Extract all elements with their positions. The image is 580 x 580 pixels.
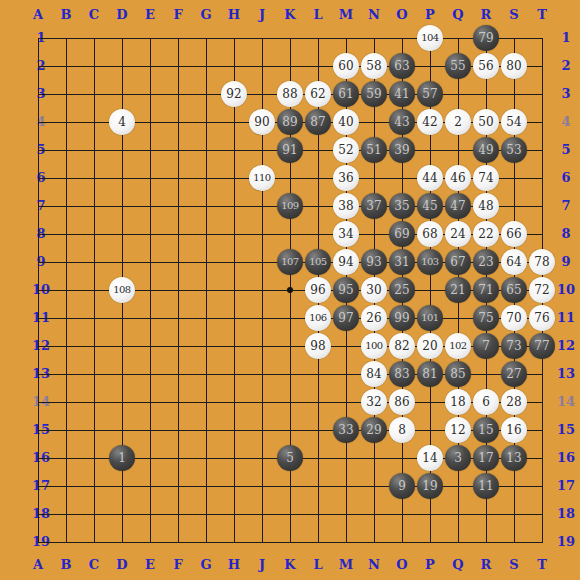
move-number: 79 [478, 32, 493, 44]
move-number: 9 [398, 480, 406, 492]
move-number: 33 [338, 424, 353, 436]
board-intersection-o11: 99 [388, 304, 416, 332]
black-stone-move-79: 79 [473, 25, 499, 51]
black-stone-move-63: 63 [389, 53, 415, 79]
move-number: 62 [310, 88, 325, 100]
white-stone-move-80: 80 [501, 53, 527, 79]
black-stone-move-97: 97 [333, 305, 359, 331]
white-stone-move-70: 70 [501, 305, 527, 331]
board-intersection-n9: 93 [360, 248, 388, 276]
move-number: 87 [310, 116, 325, 128]
move-number: 67 [450, 256, 465, 268]
board-intersection-n11: 26 [360, 304, 388, 332]
white-stone-move-62: 62 [305, 81, 331, 107]
black-stone-move-61: 61 [333, 81, 359, 107]
white-stone-move-26: 26 [361, 305, 387, 331]
board-intersection-k4: 89 [276, 108, 304, 136]
board-intersection-o15: 8 [388, 416, 416, 444]
white-stone-move-2: 2 [445, 109, 471, 135]
white-stone-move-20: 20 [417, 333, 443, 359]
board-intersection-j6: 110 [248, 164, 276, 192]
board-intersection-t11: 76 [528, 304, 556, 332]
move-number: 55 [450, 60, 465, 72]
board-intersection-r6: 74 [472, 164, 500, 192]
board-intersection-s13: 27 [500, 360, 528, 388]
move-number: 66 [506, 228, 521, 240]
move-number: 44 [422, 172, 437, 184]
move-number: 75 [478, 312, 493, 324]
white-stone-move-40: 40 [333, 109, 359, 135]
move-number: 1 [118, 452, 126, 464]
white-stone-move-88: 88 [277, 81, 303, 107]
move-number: 78 [534, 256, 549, 268]
move-number: 73 [506, 340, 521, 352]
white-stone-move-50: 50 [473, 109, 499, 135]
move-number: 6 [482, 396, 490, 408]
white-stone-move-66: 66 [501, 221, 527, 247]
board-intersection-q13: 85 [444, 360, 472, 388]
white-stone-move-76: 76 [529, 305, 555, 331]
board-intersection-q6: 46 [444, 164, 472, 192]
black-stone-move-41: 41 [389, 81, 415, 107]
white-stone-move-84: 84 [361, 361, 387, 387]
white-stone-move-98: 98 [305, 333, 331, 359]
coordinate-label: 14 [552, 388, 580, 416]
white-stone-move-106: 106 [305, 305, 331, 331]
move-number: 99 [394, 312, 409, 324]
coordinate-label: 16 [552, 444, 580, 472]
board-intersection-q9: 67 [444, 248, 472, 276]
black-stone-move-47: 47 [445, 193, 471, 219]
move-number: 68 [422, 228, 437, 240]
black-stone-move-87: 87 [305, 109, 331, 135]
board-intersection-r15: 15 [472, 416, 500, 444]
move-number: 27 [506, 368, 521, 380]
board-intersection-m7: 38 [332, 192, 360, 220]
black-stone-move-71: 71 [473, 277, 499, 303]
white-stone-move-92: 92 [221, 81, 247, 107]
white-stone-move-104: 104 [417, 25, 443, 51]
move-number: 48 [478, 200, 493, 212]
black-stone-move-91: 91 [277, 137, 303, 163]
board-intersection-r7: 48 [472, 192, 500, 220]
white-stone-move-68: 68 [417, 221, 443, 247]
board-intersection-d10: 108 [108, 276, 136, 304]
board-intersection-r8: 22 [472, 220, 500, 248]
move-number: 52 [338, 144, 353, 156]
black-stone-move-45: 45 [417, 193, 443, 219]
move-number: 107 [281, 257, 298, 267]
move-number: 93 [366, 256, 381, 268]
move-number: 83 [394, 368, 409, 380]
move-number: 15 [478, 424, 493, 436]
board-intersection-m6: 36 [332, 164, 360, 192]
board-intersection-o9: 31 [388, 248, 416, 276]
white-stone-move-96: 96 [305, 277, 331, 303]
white-stone-move-36: 36 [333, 165, 359, 191]
move-number: 69 [394, 228, 409, 240]
board-intersection-s14: 28 [500, 388, 528, 416]
board-intersection-n12: 100 [360, 332, 388, 360]
black-stone-move-53: 53 [501, 137, 527, 163]
white-stone-move-28: 28 [501, 389, 527, 415]
board-intersection-q12: 102 [444, 332, 472, 360]
black-stone-move-55: 55 [445, 53, 471, 79]
black-stone-move-27: 27 [501, 361, 527, 387]
black-stone-move-35: 35 [389, 193, 415, 219]
board-intersection-s11: 70 [500, 304, 528, 332]
move-number: 17 [478, 452, 493, 464]
move-number: 3 [454, 452, 462, 464]
move-number: 94 [338, 256, 353, 268]
move-number: 65 [506, 284, 521, 296]
board-intersection-s16: 13 [500, 444, 528, 472]
move-number: 102 [449, 341, 466, 351]
move-number: 103 [421, 257, 438, 267]
white-stone-move-60: 60 [333, 53, 359, 79]
white-stone-move-34: 34 [333, 221, 359, 247]
move-number: 13 [506, 452, 521, 464]
coordinate-label: 4 [552, 108, 580, 136]
move-number: 57 [422, 88, 437, 100]
board-intersection-l9: 105 [304, 248, 332, 276]
move-number: 19 [422, 480, 437, 492]
coordinate-label: 5 [552, 136, 580, 164]
move-number: 46 [450, 172, 465, 184]
board-intersection-p9: 103 [416, 248, 444, 276]
board-intersection-k3: 88 [276, 80, 304, 108]
black-stone-move-109: 109 [277, 193, 303, 219]
board-intersection-r5: 49 [472, 136, 500, 164]
black-stone-move-1: 1 [109, 445, 135, 471]
white-stone-move-38: 38 [333, 193, 359, 219]
move-number: 18 [450, 396, 465, 408]
board-intersection-l3: 62 [304, 80, 332, 108]
move-number: 21 [450, 284, 465, 296]
board-intersection-p7: 45 [416, 192, 444, 220]
board-intersection-s5: 53 [500, 136, 528, 164]
board-intersection-r2: 56 [472, 52, 500, 80]
move-number: 53 [506, 144, 521, 156]
board-intersection-q14: 18 [444, 388, 472, 416]
board-intersection-s15: 16 [500, 416, 528, 444]
go-kifu-diagram: ABCDEFGHJKLMNOPQRST ABCDEFGHJKLMNOPQRST … [0, 0, 580, 580]
black-stone-move-49: 49 [473, 137, 499, 163]
black-stone-move-101: 101 [417, 305, 443, 331]
black-stone-move-43: 43 [389, 109, 415, 135]
board-intersection-t10: 72 [528, 276, 556, 304]
move-number: 32 [366, 396, 381, 408]
move-number: 63 [394, 60, 409, 72]
black-stone-move-37: 37 [361, 193, 387, 219]
coordinate-label: 15 [552, 416, 580, 444]
black-stone-move-3: 3 [445, 445, 471, 471]
move-number: 84 [366, 368, 381, 380]
move-number: 16 [506, 424, 521, 436]
board-intersection-o12: 82 [388, 332, 416, 360]
move-number: 56 [478, 60, 493, 72]
coordinate-label: 18 [552, 500, 580, 528]
move-number: 64 [506, 256, 521, 268]
white-stone-move-14: 14 [417, 445, 443, 471]
coordinate-label: 1 [552, 24, 580, 52]
board-intersection-p12: 20 [416, 332, 444, 360]
white-stone-move-110: 110 [249, 165, 275, 191]
board-intersection-k16: 5 [276, 444, 304, 472]
board-intersection-q7: 47 [444, 192, 472, 220]
board-intersection-m9: 94 [332, 248, 360, 276]
coordinate-label: 2 [552, 52, 580, 80]
white-stone-move-56: 56 [473, 53, 499, 79]
black-stone-move-57: 57 [417, 81, 443, 107]
move-number: 29 [366, 424, 381, 436]
black-stone-move-105: 105 [305, 249, 331, 275]
board-intersection-o10: 25 [388, 276, 416, 304]
move-number: 77 [534, 340, 549, 352]
board-intersection-o5: 39 [388, 136, 416, 164]
move-number: 88 [282, 88, 297, 100]
board-intersection-r10: 71 [472, 276, 500, 304]
board-intersection-q15: 12 [444, 416, 472, 444]
move-number: 71 [478, 284, 493, 296]
go-board: 1234567891112131415161718192021222324252… [24, 24, 556, 556]
board-intersection-s8: 66 [500, 220, 528, 248]
move-number: 8 [398, 424, 406, 436]
black-stone-move-39: 39 [389, 137, 415, 163]
board-intersection-n15: 29 [360, 416, 388, 444]
move-number: 5 [286, 452, 294, 464]
black-stone-move-7: 7 [473, 333, 499, 359]
board-intersection-s12: 73 [500, 332, 528, 360]
board-intersection-k5: 91 [276, 136, 304, 164]
black-stone-move-81: 81 [417, 361, 443, 387]
move-number: 38 [338, 200, 353, 212]
move-number: 31 [394, 256, 409, 268]
board-intersection-s2: 80 [500, 52, 528, 80]
white-stone-move-102: 102 [445, 333, 471, 359]
board-intersection-q8: 24 [444, 220, 472, 248]
board-intersection-r9: 23 [472, 248, 500, 276]
black-stone-move-99: 99 [389, 305, 415, 331]
black-stone-move-15: 15 [473, 417, 499, 443]
move-number: 61 [338, 88, 353, 100]
board-intersection-p17: 19 [416, 472, 444, 500]
black-stone-move-69: 69 [389, 221, 415, 247]
move-number: 105 [309, 257, 326, 267]
board-intersection-k7: 109 [276, 192, 304, 220]
move-number: 81 [422, 368, 437, 380]
board-intersection-r16: 17 [472, 444, 500, 472]
board-intersection-q2: 55 [444, 52, 472, 80]
move-number: 106 [309, 313, 326, 323]
move-number: 76 [534, 312, 549, 324]
board-intersection-o2: 63 [388, 52, 416, 80]
board-intersection-l4: 87 [304, 108, 332, 136]
move-number: 28 [506, 396, 521, 408]
board-intersection-s4: 54 [500, 108, 528, 136]
move-number: 85 [450, 368, 465, 380]
move-number: 22 [478, 228, 493, 240]
move-number: 26 [366, 312, 381, 324]
board-intersection-l10: 96 [304, 276, 332, 304]
move-number: 49 [478, 144, 493, 156]
board-intersection-n10: 30 [360, 276, 388, 304]
white-stone-move-16: 16 [501, 417, 527, 443]
move-number: 80 [506, 60, 521, 72]
white-stone-move-72: 72 [529, 277, 555, 303]
move-number: 82 [394, 340, 409, 352]
star-point-tengen [287, 287, 293, 293]
black-stone-move-95: 95 [333, 277, 359, 303]
board-intersection-p8: 68 [416, 220, 444, 248]
white-stone-move-78: 78 [529, 249, 555, 275]
board-intersection-m3: 61 [332, 80, 360, 108]
move-number: 40 [338, 116, 353, 128]
white-stone-move-18: 18 [445, 389, 471, 415]
move-number: 45 [422, 200, 437, 212]
white-stone-move-46: 46 [445, 165, 471, 191]
move-number: 36 [338, 172, 353, 184]
move-number: 108 [113, 285, 130, 295]
move-number: 97 [338, 312, 353, 324]
white-stone-move-64: 64 [501, 249, 527, 275]
move-number: 34 [338, 228, 353, 240]
black-stone-move-11: 11 [473, 473, 499, 499]
board-intersection-n5: 51 [360, 136, 388, 164]
move-number: 104 [421, 33, 438, 43]
coordinate-label: 11 [552, 304, 580, 332]
move-number: 24 [450, 228, 465, 240]
white-stone-move-8: 8 [389, 417, 415, 443]
move-number: 101 [421, 313, 438, 323]
board-intersection-d4: 4 [108, 108, 136, 136]
board-intersection-m4: 40 [332, 108, 360, 136]
black-stone-move-77: 77 [529, 333, 555, 359]
move-number: 54 [506, 116, 521, 128]
board-intersection-h3: 92 [220, 80, 248, 108]
black-stone-move-65: 65 [501, 277, 527, 303]
move-number: 60 [338, 60, 353, 72]
black-stone-move-23: 23 [473, 249, 499, 275]
black-stone-move-25: 25 [389, 277, 415, 303]
white-stone-move-4: 4 [109, 109, 135, 135]
move-number: 35 [394, 200, 409, 212]
black-stone-move-13: 13 [501, 445, 527, 471]
move-number: 86 [394, 396, 409, 408]
move-number: 11 [478, 480, 493, 492]
move-number: 109 [281, 201, 298, 211]
board-intersection-n2: 58 [360, 52, 388, 80]
board-intersection-o4: 43 [388, 108, 416, 136]
board-intersection-m11: 97 [332, 304, 360, 332]
board-intersection-s9: 64 [500, 248, 528, 276]
black-stone-move-33: 33 [333, 417, 359, 443]
board-intersection-o7: 35 [388, 192, 416, 220]
white-stone-move-100: 100 [361, 333, 387, 359]
move-number: 2 [454, 116, 462, 128]
move-number: 90 [254, 116, 269, 128]
coordinate-label: 8 [552, 220, 580, 248]
board-intersection-r12: 7 [472, 332, 500, 360]
move-number: 42 [422, 116, 437, 128]
board-intersection-l11: 106 [304, 304, 332, 332]
coordinate-label: 6 [552, 164, 580, 192]
white-stone-move-86: 86 [389, 389, 415, 415]
board-intersection-r17: 11 [472, 472, 500, 500]
board-intersection-n3: 59 [360, 80, 388, 108]
move-number: 41 [394, 88, 409, 100]
move-number: 23 [478, 256, 493, 268]
move-number: 98 [310, 340, 325, 352]
black-stone-move-73: 73 [501, 333, 527, 359]
board-intersection-o8: 69 [388, 220, 416, 248]
move-number: 14 [422, 452, 437, 464]
move-number: 91 [282, 144, 297, 156]
black-stone-move-19: 19 [417, 473, 443, 499]
board-intersection-n7: 37 [360, 192, 388, 220]
move-number: 7 [482, 340, 490, 352]
coordinate-label: 17 [552, 472, 580, 500]
board-intersection-m15: 33 [332, 416, 360, 444]
move-number: 95 [338, 284, 353, 296]
move-number: 89 [282, 116, 297, 128]
move-number: 12 [450, 424, 465, 436]
coordinate-label: 10 [552, 276, 580, 304]
move-number: 37 [366, 200, 381, 212]
move-number: 92 [226, 88, 241, 100]
board-intersection-r1: 79 [472, 24, 500, 52]
board-intersection-n13: 84 [360, 360, 388, 388]
board-intersection-t12: 77 [528, 332, 556, 360]
white-stone-move-48: 48 [473, 193, 499, 219]
black-stone-move-9: 9 [389, 473, 415, 499]
coordinate-label: 12 [552, 332, 580, 360]
black-stone-move-17: 17 [473, 445, 499, 471]
board-intersection-p11: 101 [416, 304, 444, 332]
move-number: 50 [478, 116, 493, 128]
black-stone-move-29: 29 [361, 417, 387, 443]
move-number: 110 [253, 173, 270, 183]
move-number: 74 [478, 172, 493, 184]
board-intersection-p13: 81 [416, 360, 444, 388]
board-intersection-r4: 50 [472, 108, 500, 136]
board-intersection-q4: 2 [444, 108, 472, 136]
board-intersection-p1: 104 [416, 24, 444, 52]
move-number: 39 [394, 144, 409, 156]
board-intersection-k9: 107 [276, 248, 304, 276]
white-stone-move-44: 44 [417, 165, 443, 191]
move-number: 4 [118, 116, 126, 128]
move-number: 96 [310, 284, 325, 296]
white-stone-move-52: 52 [333, 137, 359, 163]
coordinate-label: 9 [552, 248, 580, 276]
board-intersection-p6: 44 [416, 164, 444, 192]
move-number: 43 [394, 116, 409, 128]
move-number: 25 [394, 284, 409, 296]
row-labels-right: 12345678910111213141516171819 [552, 24, 580, 556]
board-intersection-m5: 52 [332, 136, 360, 164]
white-stone-move-22: 22 [473, 221, 499, 247]
white-stone-move-82: 82 [389, 333, 415, 359]
black-stone-move-75: 75 [473, 305, 499, 331]
white-stone-move-90: 90 [249, 109, 275, 135]
white-stone-move-32: 32 [361, 389, 387, 415]
move-number: 72 [534, 284, 549, 296]
black-stone-move-5: 5 [277, 445, 303, 471]
black-stone-move-107: 107 [277, 249, 303, 275]
white-stone-move-30: 30 [361, 277, 387, 303]
coordinate-label: 7 [552, 192, 580, 220]
